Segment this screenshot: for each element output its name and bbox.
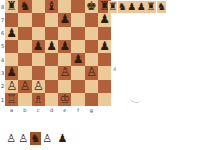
square-c8[interactable] — [32, 0, 45, 13]
black-pawn: ♟ — [59, 13, 70, 26]
tray-tile[interactable]: ♙ — [42, 132, 53, 145]
black-knight: ♞ — [20, 0, 31, 13]
square-e8[interactable] — [58, 0, 71, 13]
black-king: ♚ — [86, 0, 97, 13]
black-pawn: ♟ — [59, 40, 70, 53]
square-d3[interactable] — [45, 66, 58, 79]
square-g3[interactable]: ♙ — [85, 66, 98, 79]
square-f7[interactable] — [71, 13, 84, 26]
square-g6[interactable] — [85, 27, 98, 40]
square-f4[interactable]: ♟ — [71, 53, 84, 66]
square-g5[interactable] — [85, 40, 98, 53]
square-d7[interactable] — [45, 13, 58, 26]
file-label-g: g — [85, 107, 98, 114]
square-c2[interactable]: ♙ — [32, 80, 45, 93]
square-e3[interactable]: ♙ — [58, 66, 71, 79]
black-rook: ♜ — [108, 1, 117, 13]
square-b2[interactable]: ♙ — [18, 80, 31, 93]
chess-board[interactable]: ♜♞♝♚♜♟♟♟♟♟♟♟♟♟♙♙♙♙♙♖♗♔ — [5, 0, 111, 106]
square-b3[interactable] — [18, 66, 31, 79]
square-e7[interactable]: ♟ — [58, 13, 71, 26]
square-a4[interactable] — [5, 53, 18, 66]
tray-tile[interactable]: ♟ — [127, 1, 136, 13]
white-pawn: ♙ — [6, 80, 17, 93]
tray-tile[interactable]: ♞ — [157, 1, 166, 13]
chess-app-window: 87654321 ♜♞♝♚♜♟♟♟♟♟♟♟♟♟♙♙♙♙♙♖♗♔ abcdefg … — [0, 0, 200, 150]
square-b4[interactable] — [18, 53, 31, 66]
square-e4[interactable] — [58, 53, 71, 66]
square-c5[interactable]: ♟ — [32, 40, 45, 53]
black-knight: ♞ — [118, 1, 127, 13]
square-b5[interactable] — [18, 40, 31, 53]
black-pawn: ♟ — [127, 1, 136, 13]
black-rook: ♜ — [147, 1, 156, 13]
square-a1[interactable]: ♖ — [5, 93, 18, 106]
file-label-e: e — [58, 107, 71, 114]
tray-tile[interactable]: ♟ — [137, 1, 146, 13]
white-pawn: ♙ — [43, 132, 53, 145]
square-f2[interactable] — [71, 80, 84, 93]
white-pawn: ♙ — [7, 132, 17, 145]
black-pawn: ♟ — [99, 13, 110, 26]
black-pawn: ♟ — [46, 40, 57, 53]
black-pawn: ♟ — [33, 40, 44, 53]
white-pawn: ♙ — [86, 66, 97, 79]
stray-mark-4: 4 — [113, 66, 116, 72]
black-pawn: ♟ — [58, 132, 68, 145]
square-b7[interactable] — [18, 13, 31, 26]
tray-tile[interactable]: ♞ — [30, 132, 41, 145]
square-c4[interactable] — [32, 53, 45, 66]
file-label-f: f — [72, 107, 85, 114]
file-label-b: b — [18, 107, 31, 114]
white-pawn: ♙ — [19, 132, 29, 145]
black-knight: ♞ — [31, 132, 41, 145]
square-c6[interactable] — [32, 27, 45, 40]
square-h4[interactable] — [98, 53, 111, 66]
square-g7[interactable] — [85, 13, 98, 26]
square-e1[interactable]: ♔ — [58, 93, 71, 106]
black-knight: ♞ — [157, 1, 166, 13]
square-f3[interactable] — [71, 66, 84, 79]
square-b1[interactable] — [18, 93, 31, 106]
square-h1[interactable] — [98, 93, 111, 106]
square-c1[interactable]: ♗ — [32, 93, 45, 106]
square-a6[interactable]: ♟ — [5, 27, 18, 40]
square-d6[interactable] — [45, 27, 58, 40]
file-label-d: d — [45, 107, 58, 114]
tray-tile[interactable]: ♜ — [146, 1, 155, 13]
white-pawn: ♙ — [33, 80, 44, 93]
square-g2[interactable] — [85, 80, 98, 93]
square-e5[interactable]: ♟ — [58, 40, 71, 53]
square-c7[interactable] — [32, 13, 45, 26]
square-h7[interactable]: ♟ — [98, 13, 111, 26]
white-pawn: ♙ — [59, 66, 70, 79]
tray-tile[interactable]: ♙ — [18, 132, 29, 145]
black-pawn: ♟ — [6, 66, 17, 79]
square-a2[interactable]: ♙ — [5, 80, 18, 93]
black-pawn: ♟ — [73, 53, 84, 66]
square-a5[interactable] — [5, 40, 18, 53]
square-a3[interactable]: ♟ — [5, 66, 18, 79]
tray-tile[interactable]: ♙ — [6, 132, 17, 145]
square-b6[interactable] — [18, 27, 31, 40]
square-c3[interactable] — [32, 66, 45, 79]
square-g8[interactable]: ♚ — [85, 0, 98, 13]
square-h3[interactable] — [98, 66, 111, 79]
black-pawn: ♟ — [99, 40, 110, 53]
square-h2[interactable] — [98, 80, 111, 93]
square-d8[interactable]: ♝ — [45, 0, 58, 13]
square-b8[interactable]: ♞ — [18, 0, 31, 13]
square-d5[interactable]: ♟ — [45, 40, 58, 53]
black-pawn: ♟ — [137, 1, 146, 13]
white-bishop: ♗ — [33, 93, 44, 106]
square-d1[interactable] — [45, 93, 58, 106]
square-d2[interactable] — [45, 80, 58, 93]
square-g4[interactable] — [85, 53, 98, 66]
tray-tile[interactable]: ♞ — [118, 1, 127, 13]
square-f6[interactable] — [71, 27, 84, 40]
square-h6[interactable] — [98, 27, 111, 40]
file-label-a: a — [5, 107, 18, 114]
square-e2[interactable] — [58, 80, 71, 93]
white-rook: ♖ — [6, 93, 17, 106]
square-e6[interactable] — [58, 27, 71, 40]
black-bishop: ♝ — [46, 0, 57, 13]
black-rook: ♜ — [6, 0, 17, 13]
file-label-c: c — [32, 107, 45, 114]
square-g1[interactable] — [85, 93, 98, 106]
square-a8[interactable]: ♜ — [5, 0, 18, 13]
square-a7[interactable] — [5, 13, 18, 26]
smudge-artifact — [129, 93, 142, 104]
square-f5[interactable] — [71, 40, 84, 53]
square-h5[interactable]: ♟ — [98, 40, 111, 53]
black-pawn: ♟ — [6, 27, 17, 40]
white-pawn: ♙ — [20, 80, 31, 93]
square-d4[interactable] — [45, 53, 58, 66]
tray-tile[interactable]: ♟ — [57, 132, 68, 145]
white-king: ♔ — [59, 93, 70, 106]
square-f8[interactable] — [71, 0, 84, 13]
tray-tile[interactable]: ♜ — [108, 1, 117, 13]
square-f1[interactable] — [71, 93, 84, 106]
